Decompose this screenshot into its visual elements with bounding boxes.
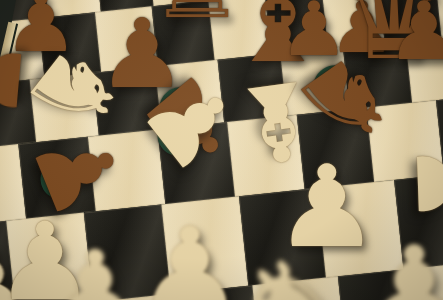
white-piece-right-edge: ♟ <box>402 140 443 226</box>
chessboard-photo-scene: ♜♟♝♟♟♛♟♟♟♞♟♟♝♞♟♟♟♟♟♟♟♞♟ <box>0 0 443 300</box>
white-knight-bottom: ♞ <box>216 233 369 300</box>
white-pawn-b3: ♟ <box>46 237 145 300</box>
black-pawn-h7: ♟ <box>386 0 443 71</box>
white-pawn-f3: ♟ <box>357 231 443 300</box>
